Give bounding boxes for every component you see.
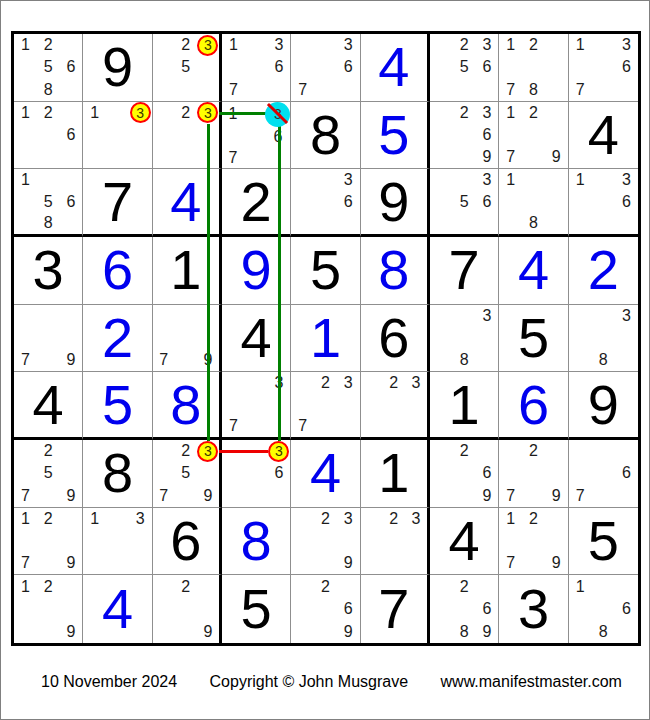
candidate-slot: 3 (476, 169, 499, 191)
candidate-slot: 3 (337, 34, 360, 56)
pencil-marks: 239 (291, 508, 359, 575)
pencil-marks: 1279 (14, 508, 82, 575)
candidate: 2 (44, 510, 53, 528)
candidate-slot: 6 (60, 191, 83, 213)
footer: 10 November 2024 Copyright © John Musgra… (41, 673, 650, 691)
candidate-slot: 3 (197, 34, 219, 56)
candidate: 1 (21, 171, 30, 189)
cell-r7c6[interactable]: 1 (361, 440, 430, 508)
candidate-slot: 3 (268, 440, 291, 462)
cell-r5c4[interactable]: 4 (222, 305, 291, 373)
candidate-slot: 9 (337, 552, 360, 574)
candidate-slot: 2 (453, 440, 476, 462)
candidate: 6 (482, 464, 491, 482)
candidate-slot: 2 (522, 102, 545, 124)
cell-r3c6[interactable]: 9 (361, 169, 430, 237)
candidate: 1 (576, 171, 585, 189)
cell-r7c8[interactable]: 279 (499, 440, 568, 508)
candidate: 7 (21, 554, 30, 572)
candidate-slot: 7 (499, 146, 522, 168)
cell-r7c5[interactable]: 4 (291, 440, 360, 508)
cell-r5c8[interactable]: 5 (499, 305, 568, 373)
candidate-slot: 1 (569, 575, 592, 598)
candidate: 2 (44, 578, 53, 596)
candidate: 9 (66, 554, 75, 572)
candidate: 9 (66, 623, 75, 641)
candidate-slot: 5 (175, 462, 197, 484)
candidate: 7 (506, 148, 515, 166)
candidate-slot: 2 (314, 508, 337, 530)
cell-r2c6[interactable]: 5 (361, 102, 430, 170)
cell-r1c3[interactable]: 235 (153, 34, 222, 102)
candidate: 9 (552, 554, 561, 572)
candidate-slot: 3 (476, 102, 499, 124)
candidate: 2 (321, 374, 330, 392)
pencil-marks: 2579 (14, 440, 82, 507)
candidate-slot: 6 (337, 56, 360, 78)
solved-digit: 4 (102, 581, 133, 637)
candidate: 2 (389, 510, 398, 528)
candidate-slot: 7 (499, 484, 522, 506)
solved-digit: 4 (378, 39, 409, 95)
candidate: 3 (274, 374, 283, 392)
cell-r1c1[interactable]: 12568 (14, 34, 83, 102)
cell-r7c2[interactable]: 8 (83, 440, 152, 508)
cell-r9c6[interactable]: 7 (361, 575, 430, 643)
candidate: 3 (482, 307, 491, 325)
given-digit: 7 (102, 174, 133, 230)
solved-digit: 5 (378, 107, 409, 163)
candidate: 2 (460, 578, 469, 596)
candidate: 5 (44, 464, 53, 482)
candidate: 3 (622, 171, 631, 189)
candidate-slot: 3 (265, 102, 290, 127)
pencil-marks: 23 (153, 102, 219, 169)
highlighted-candidate-yellow: 3 (197, 35, 218, 56)
pencil-marks: 356 (430, 169, 498, 234)
candidate: 9 (552, 148, 561, 166)
cell-r4c6[interactable]: 8 (361, 237, 430, 305)
solved-digit: 9 (241, 242, 272, 298)
cell-r4c7[interactable]: 7 (430, 237, 499, 305)
cell-r9c7[interactable]: 2689 (430, 575, 499, 643)
cell-r3c3[interactable]: 4 (153, 169, 222, 237)
candidate: 5 (460, 58, 469, 76)
cell-r2c8[interactable]: 1279 (499, 102, 568, 170)
candidate: 2 (529, 36, 538, 54)
candidate-slot: 2 (522, 508, 545, 530)
candidate: 9 (344, 623, 353, 641)
given-digit: 4 (449, 513, 480, 569)
cell-r5c7[interactable]: 38 (430, 305, 499, 373)
candidate: 8 (460, 351, 469, 369)
candidate-slot: 2 (37, 102, 60, 124)
candidate-slot: 6 (476, 56, 499, 78)
candidate-slot: 7 (222, 415, 245, 437)
candidate: 8 (599, 351, 608, 369)
candidate: 6 (622, 464, 631, 482)
candidate: 7 (298, 81, 307, 99)
cell-r4c5[interactable]: 5 (291, 237, 360, 305)
candidate-slot: 3 (197, 440, 219, 462)
candidate-slot: 6 (615, 191, 638, 213)
cell-r3c7[interactable]: 356 (430, 169, 499, 237)
cell-r2c2[interactable]: 13 (83, 102, 152, 170)
cell-r9c8[interactable]: 3 (499, 575, 568, 643)
candidate: 1 (21, 36, 30, 54)
given-digit: 8 (102, 445, 133, 501)
candidate-slot: 2 (383, 372, 405, 394)
candidate-slot: 6 (476, 124, 499, 146)
candidate: 9 (344, 554, 353, 572)
candidate: 6 (274, 58, 283, 76)
candidate-slot: 7 (569, 78, 592, 100)
candidate-slot: 2 (453, 575, 476, 598)
cell-r9c9[interactable]: 168 (569, 575, 638, 643)
given-digit: 5 (241, 581, 272, 637)
cell-r4c3[interactable]: 1 (153, 237, 222, 305)
candidate-slot: 2 (175, 575, 197, 598)
cell-r4c2[interactable]: 6 (83, 237, 152, 305)
candidate-slot: 7 (222, 147, 244, 168)
candidate: 8 (460, 623, 469, 641)
candidate: 7 (506, 487, 515, 505)
solved-digit: 4 (170, 174, 201, 230)
given-digit: 3 (33, 242, 64, 298)
candidate: 3 (622, 36, 631, 54)
given-digit: 6 (378, 310, 409, 366)
candidate: 1 (576, 36, 585, 54)
given-digit: 2 (241, 174, 272, 230)
candidate: 8 (529, 81, 538, 99)
cell-r2c4[interactable]: 1367 (222, 102, 291, 170)
solved-digit: 6 (102, 242, 133, 298)
cell-r7c3[interactable]: 23579 (153, 440, 222, 508)
cell-r3c4[interactable]: 2 (222, 169, 291, 237)
candidate: 7 (576, 487, 585, 505)
candidate: 9 (203, 623, 212, 641)
candidate: 2 (181, 36, 190, 54)
given-digit: 3 (518, 581, 549, 637)
candidate: 3 (344, 510, 353, 528)
candidate-slot: 6 (265, 127, 290, 148)
candidate: 9 (66, 351, 75, 369)
cell-r6c9[interactable]: 9 (569, 372, 638, 440)
cell-r4c4[interactable]: 9 (222, 237, 291, 305)
cell-r4c8[interactable]: 4 (499, 237, 568, 305)
given-digit: 5 (310, 242, 341, 298)
cell-r8c8[interactable]: 1279 (499, 508, 568, 576)
candidate-slot: 1 (499, 102, 522, 124)
candidate: 3 (344, 374, 353, 392)
cell-r8c9[interactable]: 5 (569, 508, 638, 576)
cell-r2c7[interactable]: 2369 (430, 102, 499, 170)
footer-copyright: Copyright © John Musgrave (210, 673, 409, 690)
candidate: 3 (344, 171, 353, 189)
candidate-slot: 8 (37, 212, 60, 234)
pencil-marks: 37 (222, 372, 290, 437)
candidate: 6 (482, 58, 491, 76)
cell-r8c4[interactable]: 8 (222, 508, 291, 576)
candidate: 3 (411, 510, 420, 528)
pencil-marks: 23 (361, 508, 427, 575)
cell-r6c2[interactable]: 5 (83, 372, 152, 440)
candidate: 6 (482, 126, 491, 144)
cell-r1c7[interactable]: 2356 (430, 34, 499, 102)
candidate-slot: 3 (129, 508, 152, 530)
candidate-slot: 9 (197, 620, 219, 643)
candidate-slot: 7 (153, 484, 175, 506)
candidate-slot: 6 (476, 598, 499, 621)
candidate-slot: 3 (129, 102, 152, 124)
cell-r7c4[interactable]: 36 (222, 440, 291, 508)
candidate: 5 (44, 193, 53, 211)
cell-r8c3[interactable]: 6 (153, 508, 222, 576)
candidate: 6 (344, 600, 353, 618)
pencil-marks: 1278 (499, 34, 567, 101)
candidate-slot: 3 (337, 169, 360, 191)
candidate-slot: 8 (592, 620, 615, 643)
cell-r2c5[interactable]: 8 (291, 102, 360, 170)
candidate-slot: 6 (615, 462, 638, 484)
cell-r1c4[interactable]: 1367 (222, 34, 291, 102)
cell-r9c5[interactable]: 269 (291, 575, 360, 643)
candidate: 9 (203, 351, 212, 369)
candidate: 2 (529, 104, 538, 122)
cell-r1c5[interactable]: 367 (291, 34, 360, 102)
cell-r6c3[interactable]: 8 (153, 372, 222, 440)
candidate: 3 (411, 374, 420, 392)
candidate: 9 (66, 487, 75, 505)
candidate: 3 (482, 104, 491, 122)
cell-r8c5[interactable]: 239 (291, 508, 360, 576)
highlighted-candidate-yellow: 3 (130, 102, 151, 123)
candidate: 9 (482, 487, 491, 505)
solved-digit: 8 (241, 513, 272, 569)
candidate: 1 (506, 36, 515, 54)
candidate-slot: 1 (222, 102, 244, 127)
candidate: 3 (482, 36, 491, 54)
candidate-slot: 1 (14, 102, 37, 124)
candidate: 1 (576, 578, 585, 596)
candidate-slot: 1 (569, 34, 592, 56)
candidate: 8 (599, 623, 608, 641)
cell-r6c4[interactable]: 37 (222, 372, 291, 440)
pencil-marks: 13 (83, 102, 151, 169)
candidate-slot: 8 (522, 78, 545, 100)
page: 1256892351367367423561278136712613231367… (0, 0, 650, 720)
candidate-slot: 9 (60, 484, 83, 506)
candidate-slot: 3 (268, 34, 291, 56)
candidate: 1 (506, 510, 515, 528)
given-digit: 8 (310, 107, 341, 163)
eliminated-candidate-cyan: 3 (265, 102, 290, 127)
candidate-slot: 3 (405, 372, 427, 394)
cell-r5c9[interactable]: 38 (569, 305, 638, 373)
candidate-slot: 9 (197, 349, 219, 371)
candidate-slot: 5 (37, 191, 60, 213)
pencil-marks: 23579 (153, 440, 219, 507)
candidate: 2 (389, 374, 398, 392)
candidate-slot: 1 (83, 508, 106, 530)
candidate: 3 (274, 36, 283, 54)
solved-digit: 1 (310, 310, 341, 366)
cell-r8c7[interactable]: 4 (430, 508, 499, 576)
sudoku-board: 1256892351367367423561278136712613231367… (11, 31, 641, 646)
cell-r3c1[interactable]: 1568 (14, 169, 83, 237)
given-digit: 5 (518, 310, 549, 366)
pencil-marks: 79 (14, 305, 82, 372)
candidate-slot: 2 (314, 372, 337, 394)
candidate-slot: 9 (337, 620, 360, 643)
candidate: 1 (228, 105, 237, 123)
candidate-slot: 6 (268, 462, 291, 484)
candidate: 2 (181, 104, 190, 122)
cell-r7c1[interactable]: 2579 (14, 440, 83, 508)
candidate: 1 (229, 36, 238, 54)
candidate: 1 (90, 104, 99, 122)
cell-r7c7[interactable]: 269 (430, 440, 499, 508)
candidate-slot: 7 (14, 552, 37, 574)
candidate-slot: 8 (592, 349, 615, 371)
cell-r6c1[interactable]: 4 (14, 372, 83, 440)
candidate: 2 (529, 510, 538, 528)
pencil-marks: 79 (153, 305, 219, 372)
candidate: 1 (506, 104, 515, 122)
cell-r1c2[interactable]: 9 (83, 34, 152, 102)
candidate-slot: 1 (83, 102, 106, 124)
cell-r7c9[interactable]: 67 (569, 440, 638, 508)
candidate: 1 (506, 171, 515, 189)
solved-digit: 5 (102, 377, 133, 433)
given-digit: 4 (33, 377, 64, 433)
cell-r5c3[interactable]: 79 (153, 305, 222, 373)
cell-r3c5[interactable]: 36 (291, 169, 360, 237)
candidate-slot: 5 (453, 56, 476, 78)
given-digit: 9 (378, 174, 409, 230)
cell-r5c1[interactable]: 79 (14, 305, 83, 373)
candidate: 9 (482, 148, 491, 166)
highlighted-candidate-yellow: 3 (268, 441, 289, 462)
given-digit: 7 (378, 581, 409, 637)
candidate-slot: 7 (291, 78, 314, 100)
pencil-marks: 235 (153, 34, 219, 101)
cell-r2c9[interactable]: 4 (569, 102, 638, 170)
candidate: 6 (66, 58, 75, 76)
cell-r1c6[interactable]: 4 (361, 34, 430, 102)
candidate: 7 (506, 554, 515, 572)
cell-r3c2[interactable]: 7 (83, 169, 152, 237)
cell-r2c1[interactable]: 126 (14, 102, 83, 170)
cell-r5c2[interactable]: 2 (83, 305, 152, 373)
candidate-slot: 8 (522, 212, 545, 234)
candidate-slot: 1 (499, 169, 522, 191)
candidate-slot: 2 (522, 440, 545, 462)
pencil-marks: 13 (83, 508, 151, 575)
pencil-marks: 23 (361, 372, 427, 437)
given-digit: 1 (170, 242, 201, 298)
candidate-slot: 9 (545, 484, 568, 506)
pencil-marks: 1367 (569, 34, 638, 101)
candidate: 2 (44, 104, 53, 122)
candidate: 7 (21, 351, 30, 369)
candidate: 9 (552, 487, 561, 505)
candidate-slot: 6 (615, 56, 638, 78)
candidate-slot: 7 (569, 484, 592, 506)
cell-r9c1[interactable]: 129 (14, 575, 83, 643)
cell-r9c2[interactable]: 4 (83, 575, 152, 643)
candidate: 3 (344, 36, 353, 54)
candidate: 6 (622, 600, 631, 618)
cell-r6c5[interactable]: 237 (291, 372, 360, 440)
candidate-slot: 8 (453, 349, 476, 371)
footer-date: 10 November 2024 (41, 673, 177, 690)
candidate: 7 (576, 81, 585, 99)
cell-r9c3[interactable]: 29 (153, 575, 222, 643)
pencil-marks: 1367 (222, 102, 290, 169)
cell-r6c8[interactable]: 6 (499, 372, 568, 440)
pencil-marks: 367 (291, 34, 359, 101)
pencil-marks: 36 (222, 440, 290, 507)
candidate-slot: 1 (569, 169, 592, 191)
cell-r3c9[interactable]: 136 (569, 169, 638, 237)
candidate: 2 (460, 442, 469, 460)
candidate-slot: 3 (268, 372, 291, 394)
cell-r5c6[interactable]: 6 (361, 305, 430, 373)
cell-r2c3[interactable]: 23 (153, 102, 222, 170)
candidate: 6 (273, 128, 282, 146)
cell-r4c1[interactable]: 3 (14, 237, 83, 305)
pencil-marks: 1279 (499, 102, 567, 169)
pencil-marks: 18 (499, 169, 567, 234)
candidate-slot: 9 (60, 552, 83, 574)
cell-r4c9[interactable]: 2 (569, 237, 638, 305)
highlighted-candidate-yellow: 3 (197, 441, 218, 462)
solved-digit: 2 (588, 242, 619, 298)
cell-r6c7[interactable]: 1 (430, 372, 499, 440)
pencil-marks: 2356 (430, 34, 498, 101)
candidate-slot: 5 (175, 56, 197, 78)
candidate-slot: 6 (268, 56, 291, 78)
candidate-slot: 7 (499, 552, 522, 574)
candidate: 6 (482, 193, 491, 211)
cell-r6c6[interactable]: 23 (361, 372, 430, 440)
candidate-slot: 1 (14, 508, 37, 530)
cell-r8c6[interactable]: 23 (361, 508, 430, 576)
solved-digit: 4 (310, 445, 341, 501)
candidate: 7 (229, 417, 238, 435)
cell-r8c1[interactable]: 1279 (14, 508, 83, 576)
candidate-slot: 9 (60, 349, 83, 371)
pencil-marks: 67 (569, 440, 638, 507)
candidate-slot: 9 (197, 484, 219, 506)
given-digit: 9 (588, 377, 619, 433)
candidate: 6 (66, 193, 75, 211)
candidate-slot: 7 (499, 78, 522, 100)
pencil-marks: 1367 (222, 34, 290, 101)
cell-r9c4[interactable]: 5 (222, 575, 291, 643)
cell-r3c8[interactable]: 18 (499, 169, 568, 237)
cell-r1c9[interactable]: 1367 (569, 34, 638, 102)
cell-r5c5[interactable]: 1 (291, 305, 360, 373)
pencil-marks: 1568 (14, 169, 82, 234)
pencil-marks: 12568 (14, 34, 82, 101)
pencil-marks: 36 (291, 169, 359, 234)
candidate-slot: 2 (175, 34, 197, 56)
cell-r8c2[interactable]: 13 (83, 508, 152, 576)
candidate-slot: 6 (337, 598, 360, 621)
cell-r1c8[interactable]: 1278 (499, 34, 568, 102)
